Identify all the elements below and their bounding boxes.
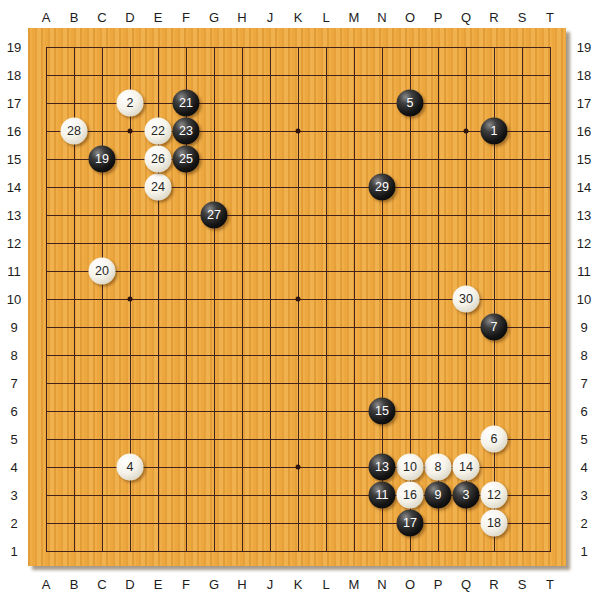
row-label-left: 1 (10, 545, 17, 558)
column-label-top: N (377, 11, 386, 24)
move-number: 18 (487, 517, 501, 530)
stone-black-9-p3: 9 (425, 482, 452, 509)
column-label-bottom: A (42, 578, 51, 591)
stone-black-7-r9: 7 (481, 314, 508, 341)
column-label-top: H (237, 11, 246, 24)
row-label-right: 2 (580, 517, 587, 530)
column-label-bottom: N (377, 578, 386, 591)
stone-black-17-o2: 17 (397, 510, 424, 537)
row-label-right: 16 (577, 125, 591, 138)
move-number: 13 (375, 461, 389, 474)
row-label-left: 18 (7, 69, 21, 82)
column-label-bottom: K (294, 578, 303, 591)
column-label-top: C (97, 11, 106, 24)
star-point-k4 (296, 465, 301, 470)
column-label-bottom: D (125, 578, 134, 591)
column-label-top: E (154, 11, 163, 24)
column-label-top: P (434, 11, 443, 24)
column-label-top: D (125, 11, 134, 24)
column-label-top: Q (461, 11, 471, 24)
row-label-left: 4 (10, 461, 17, 474)
stone-white-18-r2: 18 (481, 510, 508, 537)
row-label-right: 8 (580, 349, 587, 362)
row-label-left: 10 (7, 293, 21, 306)
move-number: 29 (375, 181, 389, 194)
stone-white-10-o4: 10 (397, 454, 424, 481)
row-label-right: 19 (577, 41, 591, 54)
row-label-right: 11 (577, 265, 591, 278)
stone-black-23-f16: 23 (173, 118, 200, 145)
column-label-top: J (267, 11, 274, 24)
column-label-bottom: E (154, 578, 163, 591)
move-number: 10 (403, 461, 417, 474)
stone-black-21-f17: 21 (173, 90, 200, 117)
move-number: 25 (179, 153, 193, 166)
move-number: 1 (491, 125, 498, 138)
move-number: 6 (491, 433, 498, 446)
stone-white-16-o3: 16 (397, 482, 424, 509)
column-label-top: M (349, 11, 360, 24)
row-label-left: 16 (7, 125, 21, 138)
row-label-left: 8 (10, 349, 17, 362)
column-label-top: R (489, 11, 498, 24)
row-label-left: 9 (10, 321, 17, 334)
row-label-left: 19 (7, 41, 21, 54)
row-label-left: 11 (7, 265, 21, 278)
column-label-bottom: R (489, 578, 498, 591)
column-label-top: K (294, 11, 303, 24)
row-label-right: 6 (580, 405, 587, 418)
move-number: 26 (151, 153, 165, 166)
stone-white-14-q4: 14 (453, 454, 480, 481)
row-label-left: 13 (7, 209, 21, 222)
star-point-d10 (128, 297, 133, 302)
stone-black-15-n6: 15 (369, 398, 396, 425)
stone-black-3-q3: 3 (453, 482, 480, 509)
stone-white-26-e15: 26 (145, 146, 172, 173)
move-number: 14 (459, 461, 473, 474)
row-label-right: 14 (577, 181, 591, 194)
stone-black-27-g13: 27 (201, 202, 228, 229)
move-number: 19 (95, 153, 109, 166)
column-label-bottom: H (237, 578, 246, 591)
move-number: 23 (179, 125, 193, 138)
move-number: 4 (127, 461, 134, 474)
move-number: 15 (375, 405, 389, 418)
stone-black-29-n14: 29 (369, 174, 396, 201)
row-label-right: 3 (580, 489, 587, 502)
stone-white-6-r5: 6 (481, 426, 508, 453)
column-label-top: F (182, 11, 190, 24)
move-number: 20 (95, 265, 109, 278)
row-label-left: 17 (7, 97, 21, 110)
row-label-left: 5 (10, 433, 17, 446)
move-number: 22 (151, 125, 165, 138)
stone-white-28-b16: 28 (61, 118, 88, 145)
stone-white-4-d4: 4 (117, 454, 144, 481)
column-label-top: T (546, 11, 554, 24)
row-label-left: 3 (10, 489, 17, 502)
column-label-bottom: S (518, 578, 527, 591)
column-label-bottom: T (546, 578, 554, 591)
go-diagram: AABBCCDDEEFFGGHHJJKKLLMMNNOOPPQQRRSSTT19… (0, 0, 600, 600)
row-label-right: 18 (577, 69, 591, 82)
stone-black-13-n4: 13 (369, 454, 396, 481)
column-label-bottom: M (349, 578, 360, 591)
column-label-bottom: B (70, 578, 79, 591)
move-number: 24 (151, 181, 165, 194)
move-number: 17 (403, 517, 417, 530)
stone-white-30-q10: 30 (453, 286, 480, 313)
row-label-right: 17 (577, 97, 591, 110)
move-number: 28 (67, 125, 81, 138)
row-label-right: 4 (580, 461, 587, 474)
row-label-left: 7 (10, 377, 17, 390)
move-number: 27 (207, 209, 221, 222)
move-number: 12 (487, 489, 501, 502)
column-label-bottom: L (322, 578, 329, 591)
column-label-top: G (209, 11, 219, 24)
star-point-k10 (296, 297, 301, 302)
row-label-left: 15 (7, 153, 21, 166)
stone-black-5-o17: 5 (397, 90, 424, 117)
move-number: 2 (127, 97, 134, 110)
row-label-right: 13 (577, 209, 591, 222)
stone-black-25-f15: 25 (173, 146, 200, 173)
row-label-right: 15 (577, 153, 591, 166)
stone-white-20-c11: 20 (89, 258, 116, 285)
column-label-bottom: F (182, 578, 190, 591)
column-label-top: L (322, 11, 329, 24)
star-point-k16 (296, 129, 301, 134)
row-label-left: 2 (10, 517, 17, 530)
row-label-left: 14 (7, 181, 21, 194)
row-label-right: 5 (580, 433, 587, 446)
stone-white-24-e14: 24 (145, 174, 172, 201)
move-number: 30 (459, 293, 473, 306)
move-number: 3 (463, 489, 470, 502)
move-number: 21 (179, 97, 193, 110)
stone-white-12-r3: 12 (481, 482, 508, 509)
row-label-right: 12 (577, 237, 591, 250)
move-number: 11 (376, 489, 389, 502)
move-number: 5 (407, 97, 414, 110)
move-number: 16 (403, 489, 417, 502)
row-label-left: 12 (7, 237, 21, 250)
stone-white-22-e16: 22 (145, 118, 172, 145)
column-label-top: S (518, 11, 527, 24)
move-number: 7 (491, 321, 498, 334)
move-number: 9 (435, 489, 442, 502)
stone-black-11-n3: 11 (369, 482, 396, 509)
column-label-top: B (70, 11, 79, 24)
star-point-d16 (128, 129, 133, 134)
column-label-bottom: J (267, 578, 274, 591)
move-number: 8 (435, 461, 442, 474)
column-label-top: O (405, 11, 415, 24)
row-label-right: 1 (580, 545, 587, 558)
column-label-bottom: P (434, 578, 443, 591)
row-label-left: 6 (10, 405, 17, 418)
column-label-top: A (42, 11, 51, 24)
row-label-right: 7 (580, 377, 587, 390)
stone-white-2-d17: 2 (117, 90, 144, 117)
stone-white-8-p4: 8 (425, 454, 452, 481)
row-label-right: 9 (580, 321, 587, 334)
column-label-bottom: G (209, 578, 219, 591)
column-label-bottom: Q (461, 578, 471, 591)
row-label-right: 10 (577, 293, 591, 306)
column-label-bottom: O (405, 578, 415, 591)
star-point-q16 (464, 129, 469, 134)
stone-black-19-c15: 19 (89, 146, 116, 173)
column-label-bottom: C (97, 578, 106, 591)
stone-black-1-r16: 1 (481, 118, 508, 145)
